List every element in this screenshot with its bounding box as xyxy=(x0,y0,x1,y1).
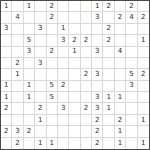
empty-cell-r4c2[interactable] xyxy=(12,35,23,46)
empty-cell-r11c6[interactable] xyxy=(58,115,69,126)
clue-cell-r13c2: 2 xyxy=(12,138,23,149)
empty-cell-r5c2[interactable] xyxy=(12,47,23,58)
clue-cell-r2c11: 2 xyxy=(115,12,126,23)
empty-cell-r9c8[interactable] xyxy=(81,92,92,103)
empty-cell-r2c4[interactable] xyxy=(35,12,46,23)
clue-cell-r7c2: 1 xyxy=(12,69,23,80)
clue-cell-r4c8: 2 xyxy=(81,35,92,46)
empty-cell-r6c12[interactable] xyxy=(126,58,137,69)
empty-cell-r7c4[interactable] xyxy=(35,69,46,80)
empty-cell-r8c7[interactable] xyxy=(69,81,80,92)
empty-cell-r11c10[interactable] xyxy=(103,115,114,126)
clue-cell-r2c13: 2 xyxy=(138,12,149,23)
empty-cell-r13c1[interactable] xyxy=(1,138,12,149)
empty-cell-r10c3[interactable] xyxy=(24,103,35,114)
empty-cell-r8c13[interactable] xyxy=(138,81,149,92)
empty-cell-r8c8[interactable] xyxy=(81,81,92,92)
clue-cell-r1c12: 2 xyxy=(126,1,137,12)
clue-cell-r8c5: 5 xyxy=(47,81,58,92)
empty-cell-r12c5[interactable] xyxy=(47,126,58,137)
empty-cell-r11c3[interactable] xyxy=(24,115,35,126)
empty-cell-r7c5[interactable] xyxy=(47,69,58,80)
clue-cell-r5c7: 1 xyxy=(69,47,80,58)
empty-cell-r6c1[interactable] xyxy=(1,58,12,69)
empty-cell-r9c6[interactable] xyxy=(58,92,69,103)
empty-cell-r9c7[interactable] xyxy=(69,92,80,103)
empty-cell-r6c8[interactable] xyxy=(81,58,92,69)
empty-cell-r3c8[interactable] xyxy=(81,24,92,35)
clue-cell-r2c2: 4 xyxy=(12,12,23,23)
empty-cell-r3c2[interactable] xyxy=(12,24,23,35)
empty-cell-r9c13[interactable] xyxy=(138,92,149,103)
empty-cell-r9c2[interactable] xyxy=(12,92,23,103)
empty-cell-r5c12[interactable] xyxy=(126,47,137,58)
empty-cell-r1c7[interactable] xyxy=(69,1,80,12)
empty-cell-r2c1[interactable] xyxy=(1,12,12,23)
empty-cell-r3c11[interactable] xyxy=(115,24,126,35)
empty-cell-r12c8[interactable] xyxy=(81,126,92,137)
clue-cell-r4c6: 3 xyxy=(58,35,69,46)
empty-cell-r5c1[interactable] xyxy=(1,47,12,58)
empty-cell-r1c2[interactable] xyxy=(12,1,23,12)
clue-cell-r9c3: 1 xyxy=(24,92,35,103)
empty-cell-r10c7[interactable] xyxy=(69,103,80,114)
empty-cell-r4c11[interactable] xyxy=(115,35,126,46)
empty-cell-r7c7[interactable] xyxy=(69,69,80,80)
clue-cell-r9c5: 5 xyxy=(47,92,58,103)
empty-cell-r13c7[interactable] xyxy=(69,138,80,149)
clue-cell-r2c9: 3 xyxy=(92,12,103,23)
empty-cell-r7c11[interactable] xyxy=(115,69,126,80)
clue-cell-r5c3: 3 xyxy=(24,47,35,58)
empty-cell-r1c8[interactable] xyxy=(81,1,92,12)
clue-cell-r10c6: 3 xyxy=(58,103,69,114)
empty-cell-r7c6[interactable] xyxy=(58,69,69,80)
empty-cell-r1c11[interactable] xyxy=(115,1,126,12)
clue-cell-r11c9: 2 xyxy=(92,115,103,126)
clue-cell-r3c1: 3 xyxy=(1,24,12,35)
clue-cell-r8c3: 1 xyxy=(24,81,35,92)
clue-cell-r6c4: 3 xyxy=(35,58,46,69)
clue-cell-r4c3: 5 xyxy=(24,35,35,46)
clue-cell-r11c4: 1 xyxy=(35,115,46,126)
empty-cell-r11c12[interactable] xyxy=(126,115,137,126)
empty-cell-r1c6[interactable] xyxy=(58,1,69,12)
empty-cell-r12c6[interactable] xyxy=(58,126,69,137)
clue-cell-r7c8: 2 xyxy=(81,69,92,80)
empty-cell-r12c7[interactable] xyxy=(69,126,80,137)
empty-cell-r6c9[interactable] xyxy=(92,58,103,69)
clue-cell-r3c4: 3 xyxy=(35,24,46,35)
clue-cell-r7c12: 5 xyxy=(126,69,137,80)
clue-cell-r2c12: 4 xyxy=(126,12,137,23)
empty-cell-r5c13[interactable] xyxy=(138,47,149,58)
clue-cell-r3c10: 2 xyxy=(103,24,114,35)
empty-cell-r1c13[interactable] xyxy=(138,1,149,12)
empty-cell-r6c10[interactable] xyxy=(103,58,114,69)
empty-cell-r6c3[interactable] xyxy=(24,58,35,69)
clue-cell-r8c6: 2 xyxy=(58,81,69,92)
empty-cell-r2c3[interactable] xyxy=(24,12,35,23)
clue-cell-r12c3: 2 xyxy=(24,126,35,137)
empty-cell-r4c1[interactable] xyxy=(1,35,12,46)
clue-cell-r10c8: 2 xyxy=(81,103,92,114)
clue-cell-r10c9: 3 xyxy=(92,103,103,114)
empty-cell-r3c7[interactable] xyxy=(69,24,80,35)
clue-cell-r1c9: 1 xyxy=(92,1,103,12)
puzzle-board-wrap: 1121224232423312532221321342312352115231… xyxy=(0,0,150,150)
clue-cell-r4c13: 1 xyxy=(138,35,149,46)
empty-cell-r3c12[interactable] xyxy=(126,24,137,35)
empty-cell-r9c12[interactable] xyxy=(126,92,137,103)
empty-cell-r3c3[interactable] xyxy=(24,24,35,35)
clue-cell-r13c11: 1 xyxy=(115,138,126,149)
clue-cell-r7c9: 3 xyxy=(92,69,103,80)
clue-cell-r9c9: 3 xyxy=(92,92,103,103)
clue-cell-r13c4: 1 xyxy=(35,138,46,149)
clue-cell-r7c13: 2 xyxy=(138,69,149,80)
empty-cell-r13c12[interactable] xyxy=(126,138,137,149)
empty-cell-r11c7[interactable] xyxy=(69,115,80,126)
empty-cell-r5c6[interactable] xyxy=(58,47,69,58)
empty-cell-r10c5[interactable] xyxy=(47,103,58,114)
clue-cell-r5c5: 2 xyxy=(47,47,58,58)
empty-cell-r8c2[interactable] xyxy=(12,81,23,92)
empty-cell-r2c10[interactable] xyxy=(103,12,114,23)
clue-cell-r4c7: 2 xyxy=(69,35,80,46)
clue-cell-r1c3: 1 xyxy=(24,1,35,12)
clue-cell-r5c9: 3 xyxy=(92,47,103,58)
empty-cell-r4c9[interactable] xyxy=(92,35,103,46)
empty-cell-r11c8[interactable] xyxy=(81,115,92,126)
clue-cell-r8c12: 3 xyxy=(126,81,137,92)
empty-cell-r5c4[interactable] xyxy=(35,47,46,58)
clue-cell-r11c11: 2 xyxy=(115,115,126,126)
empty-cell-r12c10[interactable] xyxy=(103,126,114,137)
clue-cell-r12c11: 1 xyxy=(115,126,126,137)
empty-cell-r10c13[interactable] xyxy=(138,103,149,114)
empty-cell-r8c4[interactable] xyxy=(35,81,46,92)
clue-cell-r4c10: 2 xyxy=(103,35,114,46)
empty-cell-r2c8[interactable] xyxy=(81,12,92,23)
empty-cell-r12c4[interactable] xyxy=(35,126,46,137)
clue-cell-r6c2: 2 xyxy=(12,58,23,69)
clue-cell-r13c5: 1 xyxy=(47,138,58,149)
empty-cell-r7c3[interactable] xyxy=(24,69,35,80)
empty-cell-r2c7[interactable] xyxy=(69,12,80,23)
clue-cell-r2c5: 2 xyxy=(47,12,58,23)
clue-cell-r10c4: 2 xyxy=(35,103,46,114)
empty-cell-r8c10[interactable] xyxy=(103,81,114,92)
empty-cell-r3c13[interactable] xyxy=(138,24,149,35)
clue-cell-r9c10: 1 xyxy=(103,92,114,103)
empty-cell-r1c4[interactable] xyxy=(35,1,46,12)
empty-cell-r7c10[interactable] xyxy=(103,69,114,80)
empty-cell-r11c5[interactable] xyxy=(47,115,58,126)
empty-cell-r4c4[interactable] xyxy=(35,35,46,46)
clue-cell-r11c13: 1 xyxy=(138,115,149,126)
empty-cell-r13c6[interactable] xyxy=(58,138,69,149)
clue-cell-r12c1: 2 xyxy=(1,126,12,137)
clue-cell-r1c1: 1 xyxy=(1,1,12,12)
clue-cell-r9c11: 1 xyxy=(115,92,126,103)
empty-cell-r6c7[interactable] xyxy=(69,58,80,69)
empty-cell-r12c13[interactable] xyxy=(138,126,149,137)
clue-cell-r10c1: 2 xyxy=(1,103,12,114)
clue-cell-r5c11: 4 xyxy=(115,47,126,58)
empty-cell-r3c9[interactable] xyxy=(92,24,103,35)
empty-cell-r6c6[interactable] xyxy=(58,58,69,69)
clue-cell-r1c10: 2 xyxy=(103,1,114,12)
empty-cell-r3c5[interactable] xyxy=(47,24,58,35)
clue-cell-r8c1: 1 xyxy=(1,81,12,92)
empty-cell-r6c11[interactable] xyxy=(115,58,126,69)
empty-cell-r13c3[interactable] xyxy=(24,138,35,149)
empty-cell-r13c8[interactable] xyxy=(81,138,92,149)
clue-cell-r3c6: 1 xyxy=(58,24,69,35)
empty-cell-r6c5[interactable] xyxy=(47,58,58,69)
empty-cell-r9c4[interactable] xyxy=(35,92,46,103)
empty-cell-r11c1[interactable] xyxy=(1,115,12,126)
empty-cell-r10c11[interactable] xyxy=(115,103,126,114)
empty-cell-r5c10[interactable] xyxy=(103,47,114,58)
empty-cell-r8c9[interactable] xyxy=(92,81,103,92)
empty-cell-r4c5[interactable] xyxy=(47,35,58,46)
clue-cell-r12c2: 3 xyxy=(12,126,23,137)
empty-cell-r13c10[interactable] xyxy=(103,138,114,149)
empty-cell-r11c2[interactable] xyxy=(12,115,23,126)
clue-cell-r10c10: 1 xyxy=(103,103,114,114)
clue-cell-r12c9: 2 xyxy=(92,126,103,137)
empty-cell-r5c8[interactable] xyxy=(81,47,92,58)
empty-cell-r10c2[interactable] xyxy=(12,103,23,114)
clue-cell-r9c1: 1 xyxy=(1,92,12,103)
empty-cell-r10c12[interactable] xyxy=(126,103,137,114)
empty-cell-r6c13[interactable] xyxy=(138,58,149,69)
empty-cell-r12c12[interactable] xyxy=(126,126,137,137)
empty-cell-r2c6[interactable] xyxy=(58,12,69,23)
fillomino-grid: 1121224232423312532221321342312352115231… xyxy=(0,0,150,150)
clue-cell-r13c9: 2 xyxy=(92,138,103,149)
clue-cell-r1c5: 2 xyxy=(47,1,58,12)
empty-cell-r7c1[interactable] xyxy=(1,69,12,80)
empty-cell-r4c12[interactable] xyxy=(126,35,137,46)
empty-cell-r8c11[interactable] xyxy=(115,81,126,92)
clue-cell-r13c13: 1 xyxy=(138,138,149,149)
